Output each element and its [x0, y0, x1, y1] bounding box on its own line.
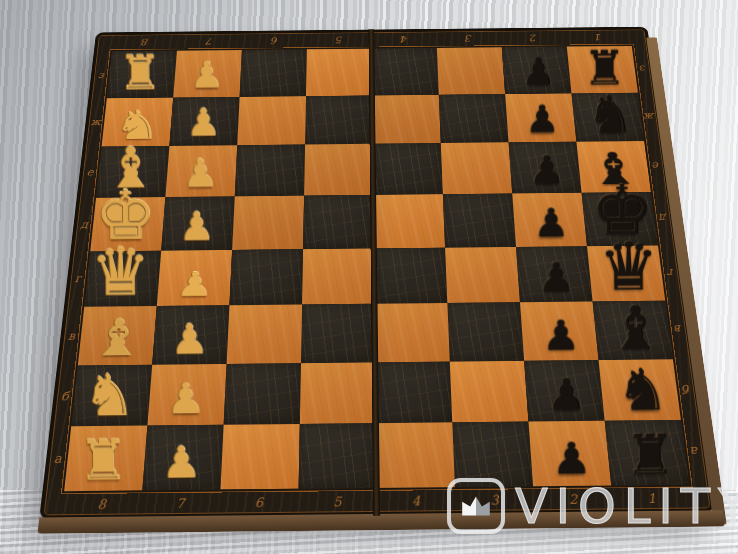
black-pawn-piece: ♟ [519, 257, 592, 298]
watermark-text: VIOLITY [515, 478, 738, 534]
square-d6 [229, 249, 303, 306]
square-c5 [301, 304, 375, 363]
square-h2: ♟ [502, 47, 572, 94]
coordinate-label-4: 4 [372, 30, 437, 48]
square-h5 [306, 49, 372, 96]
square-f5 [304, 144, 373, 196]
square-c1: ♝ [593, 301, 673, 360]
square-b5 [300, 362, 376, 424]
board-perspective-wrapper: 87654321 зжедгвба ♜♟♟♜♞♟♟♞♝♟♟♝♚♟♟♚♛♟♟♛♝♟… [33, 0, 711, 516]
square-g6 [237, 96, 306, 145]
square-b1: ♞ [599, 359, 681, 421]
crown-icon [447, 478, 505, 534]
square-b8: ♞ [71, 365, 152, 427]
square-c2: ♟ [520, 301, 599, 360]
square-d5 [302, 248, 375, 304]
square-a6 [220, 424, 299, 489]
white-queen-piece: ♛ [84, 238, 157, 305]
square-a8: ♜ [64, 426, 147, 491]
coordinate-label-4: 4 [377, 487, 456, 514]
square-a1: ♜ [605, 420, 690, 485]
white-pawn-piece: ♟ [161, 206, 232, 246]
coordinate-label-7: 7 [140, 490, 220, 517]
white-pawn-piece: ♟ [165, 154, 235, 193]
square-d8: ♛ [84, 250, 161, 307]
square-c8: ♝ [78, 306, 157, 365]
black-rook-piece: ♜ [610, 427, 689, 483]
coordinate-label-2: 2 [501, 29, 567, 47]
square-e6 [232, 196, 304, 250]
black-pawn-piece: ♟ [515, 202, 586, 242]
black-pawn-piece: ♟ [504, 53, 571, 91]
square-a5 [299, 423, 377, 488]
square-g3 [439, 94, 509, 143]
square-a7: ♟ [142, 425, 223, 490]
square-h4 [372, 48, 439, 95]
square-h6 [240, 49, 307, 96]
black-knight-piece: ♞ [604, 361, 681, 420]
square-f2: ♟ [509, 142, 582, 194]
white-pawn-piece: ♟ [157, 268, 231, 302]
white-rook-piece: ♜ [107, 49, 174, 97]
coordinate-label-6: 6 [242, 32, 307, 50]
square-g1: ♞ [572, 92, 645, 141]
black-pawn-piece: ♟ [532, 437, 610, 481]
black-pawn-piece: ♟ [512, 150, 582, 189]
black-queen-piece: ♛ [592, 233, 665, 300]
black-pawn-piece: ♟ [528, 374, 605, 417]
coordinate-label-8: 8 [61, 490, 142, 517]
white-pawn-piece: ♟ [169, 104, 237, 142]
chess-board: 87654321 зжедгвба ♜♟♟♜♞♟♟♞♝♟♟♝♚♟♟♚♛♟♟♛♝♟… [39, 27, 715, 520]
square-h8: ♜ [107, 51, 177, 98]
square-c6 [227, 305, 302, 364]
square-g4 [372, 95, 440, 144]
coordinate-label-7: 7 [177, 32, 243, 50]
square-e5 [303, 195, 374, 249]
white-rook-piece: ♜ [64, 433, 143, 489]
square-c7: ♟ [152, 305, 229, 364]
square-g2: ♟ [505, 93, 576, 142]
square-h7: ♟ [173, 50, 242, 97]
coordinate-label-5: 5 [298, 488, 377, 515]
coordinate-label-6: 6 [219, 489, 298, 516]
white-knight-piece: ♞ [71, 366, 148, 425]
square-h3 [437, 47, 505, 94]
square-b6 [224, 363, 301, 425]
square-f7: ♟ [165, 145, 237, 197]
black-pawn-piece: ♟ [508, 100, 576, 138]
square-g7: ♟ [169, 97, 239, 146]
white-bishop-piece: ♝ [78, 312, 156, 363]
square-d7: ♟ [157, 250, 232, 307]
square-c4 [375, 303, 450, 362]
black-knight-piece: ♞ [576, 88, 644, 140]
square-f4 [373, 143, 443, 195]
crown-icon-glyph [459, 493, 493, 519]
white-pawn-piece: ♟ [173, 56, 240, 94]
square-b7: ♟ [147, 364, 226, 426]
square-e7: ♟ [161, 196, 235, 250]
square-e2: ♟ [512, 193, 587, 247]
black-bishop-piece: ♝ [598, 297, 673, 358]
coordinate-label-3: 3 [436, 30, 502, 48]
black-pawn-piece: ♟ [523, 314, 598, 356]
square-f6 [235, 145, 305, 197]
coordinate-label-5: 5 [307, 31, 372, 49]
square-g5 [305, 95, 373, 144]
white-pawn-piece: ♟ [152, 318, 227, 360]
white-pawn-piece: ♟ [147, 378, 224, 421]
watermark: VIOLITY [447, 478, 738, 534]
white-pawn-piece: ♟ [142, 441, 220, 485]
